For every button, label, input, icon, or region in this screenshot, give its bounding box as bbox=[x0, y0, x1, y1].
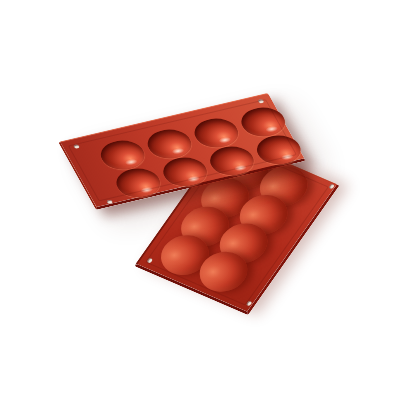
product-photo bbox=[0, 0, 400, 400]
hang-hole bbox=[246, 301, 253, 307]
hang-hole bbox=[328, 184, 335, 190]
hang-hole bbox=[106, 200, 113, 205]
half-sphere-cavity bbox=[157, 153, 213, 190]
hang-hole bbox=[146, 258, 153, 264]
half-sphere-cavity bbox=[110, 164, 166, 201]
half-sphere-cavity bbox=[141, 125, 197, 162]
half-sphere-cavity bbox=[94, 136, 150, 173]
half-sphere-cavity bbox=[188, 114, 244, 151]
hang-hole bbox=[73, 144, 80, 149]
half-sphere-cavity bbox=[250, 131, 306, 168]
half-sphere-cavity bbox=[235, 103, 291, 140]
half-sphere-cavity bbox=[204, 142, 260, 179]
hang-hole bbox=[257, 99, 264, 104]
